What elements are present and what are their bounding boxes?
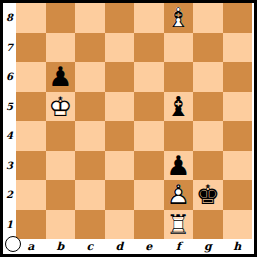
square-c2[interactable] bbox=[75, 180, 105, 210]
rank-label-8: 8 bbox=[3, 3, 16, 33]
black-bishop[interactable]: ♝ bbox=[164, 92, 194, 122]
file-label-c: c bbox=[75, 239, 105, 254]
square-h3[interactable] bbox=[223, 151, 253, 181]
square-h8[interactable] bbox=[223, 3, 253, 33]
square-a2[interactable] bbox=[16, 180, 46, 210]
square-e2[interactable] bbox=[134, 180, 164, 210]
square-e5[interactable] bbox=[134, 92, 164, 122]
square-d8[interactable] bbox=[105, 3, 135, 33]
file-label-b: b bbox=[46, 239, 76, 254]
square-b2[interactable] bbox=[46, 180, 76, 210]
rank-label-3: 3 bbox=[3, 151, 16, 181]
square-e4[interactable] bbox=[134, 121, 164, 151]
white-king[interactable]: ♔ bbox=[46, 92, 76, 122]
black-pawn[interactable]: ♟ bbox=[164, 151, 194, 181]
square-a5[interactable] bbox=[16, 92, 46, 122]
square-f4[interactable] bbox=[164, 121, 194, 151]
file-labels: abcdefgh bbox=[16, 239, 252, 254]
file-label-e: e bbox=[134, 239, 164, 254]
black-king[interactable]: ♚ bbox=[193, 180, 223, 210]
square-h6[interactable] bbox=[223, 62, 253, 92]
white-pawn[interactable]: ♙ bbox=[164, 180, 194, 210]
square-e8[interactable] bbox=[134, 3, 164, 33]
square-b6[interactable]: ♟ bbox=[46, 62, 76, 92]
square-b8[interactable] bbox=[46, 3, 76, 33]
square-b3[interactable] bbox=[46, 151, 76, 181]
rank-label-1: 1 bbox=[3, 210, 16, 240]
square-d1[interactable] bbox=[105, 210, 135, 240]
black-pawn[interactable]: ♟ bbox=[46, 62, 76, 92]
diagram-frame: 87654321 ♝♗♟♚♔♝♟♟♙♚♜♖ abcdefgh bbox=[0, 0, 257, 257]
square-d3[interactable] bbox=[105, 151, 135, 181]
square-c8[interactable] bbox=[75, 3, 105, 33]
square-g3[interactable] bbox=[193, 151, 223, 181]
white-rook[interactable]: ♖ bbox=[164, 210, 194, 240]
square-d5[interactable] bbox=[105, 92, 135, 122]
square-e6[interactable] bbox=[134, 62, 164, 92]
square-a1[interactable] bbox=[16, 210, 46, 240]
rank-label-5: 5 bbox=[3, 92, 16, 122]
square-c1[interactable] bbox=[75, 210, 105, 240]
square-f5[interactable]: ♝ bbox=[164, 92, 194, 122]
white-bishop[interactable]: ♗ bbox=[164, 3, 194, 33]
rank-label-2: 2 bbox=[3, 180, 16, 210]
square-g4[interactable] bbox=[193, 121, 223, 151]
square-g7[interactable] bbox=[193, 33, 223, 63]
side-to-move-indicator bbox=[5, 236, 21, 252]
square-c6[interactable] bbox=[75, 62, 105, 92]
square-d4[interactable] bbox=[105, 121, 135, 151]
square-b1[interactable] bbox=[46, 210, 76, 240]
square-f7[interactable] bbox=[164, 33, 194, 63]
square-g2[interactable]: ♚ bbox=[193, 180, 223, 210]
square-a7[interactable] bbox=[16, 33, 46, 63]
square-h1[interactable] bbox=[223, 210, 253, 240]
square-b5[interactable]: ♚♔ bbox=[46, 92, 76, 122]
square-c3[interactable] bbox=[75, 151, 105, 181]
square-a4[interactable] bbox=[16, 121, 46, 151]
file-label-d: d bbox=[105, 239, 135, 254]
square-g1[interactable] bbox=[193, 210, 223, 240]
rank-labels: 87654321 bbox=[3, 3, 16, 239]
square-f6[interactable] bbox=[164, 62, 194, 92]
square-h5[interactable] bbox=[223, 92, 253, 122]
square-g8[interactable] bbox=[193, 3, 223, 33]
square-a3[interactable] bbox=[16, 151, 46, 181]
square-d2[interactable] bbox=[105, 180, 135, 210]
square-d7[interactable] bbox=[105, 33, 135, 63]
square-h2[interactable] bbox=[223, 180, 253, 210]
square-f1[interactable]: ♜♖ bbox=[164, 210, 194, 240]
square-d6[interactable] bbox=[105, 62, 135, 92]
square-f8[interactable]: ♝♗ bbox=[164, 3, 194, 33]
file-label-g: g bbox=[193, 239, 223, 254]
square-e3[interactable] bbox=[134, 151, 164, 181]
square-g6[interactable] bbox=[193, 62, 223, 92]
square-e1[interactable] bbox=[134, 210, 164, 240]
rank-label-7: 7 bbox=[3, 33, 16, 63]
square-e7[interactable] bbox=[134, 33, 164, 63]
square-b4[interactable] bbox=[46, 121, 76, 151]
square-g5[interactable] bbox=[193, 92, 223, 122]
rank-label-6: 6 bbox=[3, 62, 16, 92]
square-c5[interactable] bbox=[75, 92, 105, 122]
file-label-f: f bbox=[164, 239, 194, 254]
square-f3[interactable]: ♟ bbox=[164, 151, 194, 181]
square-h4[interactable] bbox=[223, 121, 253, 151]
square-a8[interactable] bbox=[16, 3, 46, 33]
square-b7[interactable] bbox=[46, 33, 76, 63]
chess-board[interactable]: ♝♗♟♚♔♝♟♟♙♚♜♖ bbox=[16, 3, 252, 239]
square-a6[interactable] bbox=[16, 62, 46, 92]
square-c7[interactable] bbox=[75, 33, 105, 63]
square-f2[interactable]: ♟♙ bbox=[164, 180, 194, 210]
square-h7[interactable] bbox=[223, 33, 253, 63]
file-label-h: h bbox=[223, 239, 253, 254]
rank-label-4: 4 bbox=[3, 121, 16, 151]
square-c4[interactable] bbox=[75, 121, 105, 151]
